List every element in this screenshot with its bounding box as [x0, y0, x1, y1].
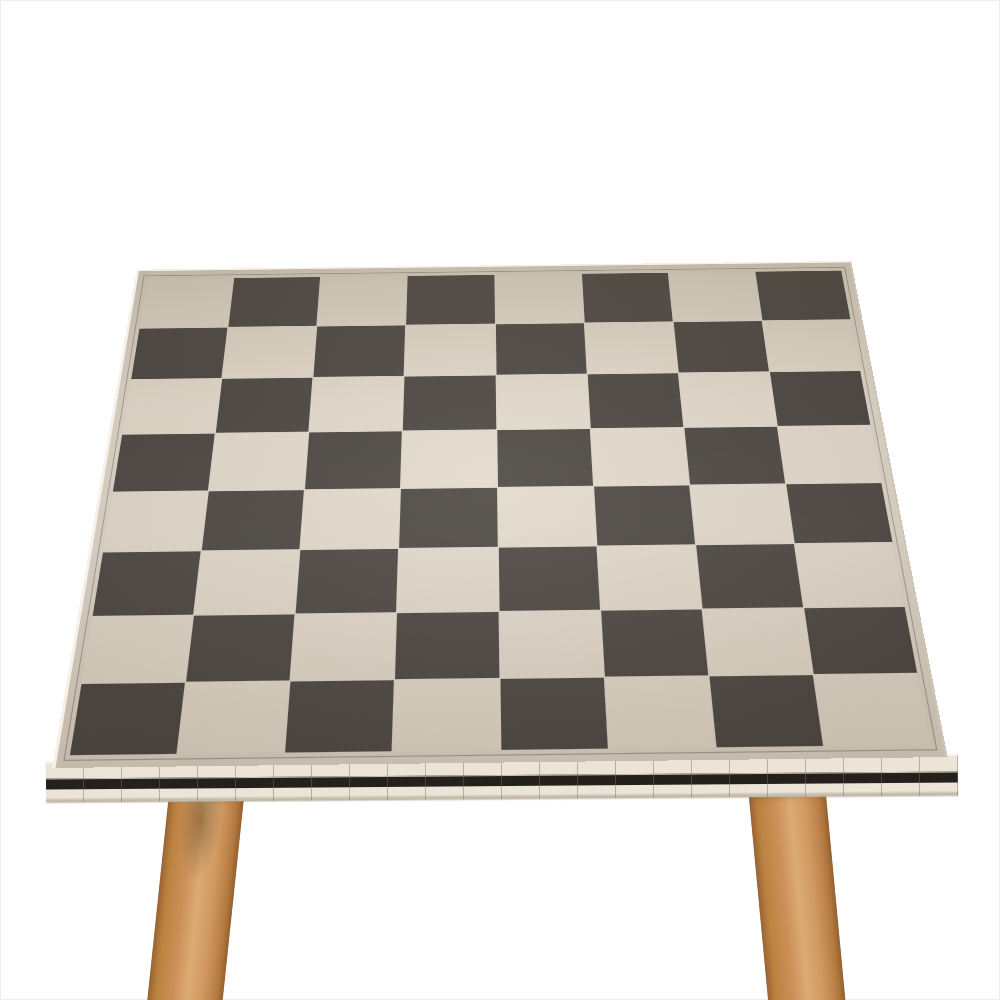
square-a8	[139, 278, 233, 328]
square-d3	[397, 548, 498, 612]
square-f5	[590, 428, 688, 485]
square-d5	[401, 430, 496, 488]
square-b3	[194, 550, 299, 614]
square-c4	[300, 489, 400, 550]
square-g2	[702, 608, 812, 676]
square-h3	[794, 543, 904, 607]
square-b5	[209, 432, 308, 490]
square-e5	[496, 429, 592, 487]
square-c3	[295, 549, 398, 613]
square-f1	[604, 677, 715, 749]
square-c1	[285, 681, 394, 753]
square-b1	[177, 682, 289, 754]
square-c7	[313, 325, 405, 377]
square-h6	[769, 371, 869, 426]
square-b6	[215, 378, 312, 433]
square-h5	[777, 426, 880, 483]
square-c6	[309, 377, 403, 432]
square-g7	[673, 321, 768, 373]
square-a3	[92, 551, 200, 615]
square-b2	[186, 614, 295, 682]
edge-black-stripe	[46, 771, 958, 789]
square-f7	[584, 322, 677, 374]
square-e4	[497, 486, 596, 547]
square-h2	[804, 607, 917, 675]
square-b4	[201, 490, 303, 551]
square-e8	[494, 274, 583, 323]
square-a6	[122, 379, 221, 434]
square-d8	[406, 275, 494, 324]
square-e1	[499, 678, 607, 750]
square-f8	[581, 273, 672, 322]
square-a2	[81, 615, 192, 683]
square-e2	[499, 610, 603, 678]
square-c8	[317, 276, 407, 325]
square-h8	[755, 271, 850, 320]
square-d7	[404, 324, 494, 376]
square-b8	[228, 277, 320, 326]
square-h4	[786, 483, 892, 544]
square-f6	[587, 373, 683, 428]
product-photo	[0, 0, 1000, 1000]
chessboard	[52, 261, 948, 768]
square-d6	[403, 376, 496, 431]
square-h7	[762, 320, 860, 372]
square-g6	[678, 372, 776, 427]
square-g5	[684, 427, 785, 484]
table-leg-right	[748, 782, 846, 1000]
square-g8	[668, 272, 761, 321]
table-leg-left	[146, 782, 244, 1000]
square-a7	[131, 327, 227, 379]
square-c2	[290, 613, 396, 681]
square-h1	[813, 674, 930, 746]
square-e6	[496, 375, 589, 430]
square-d2	[395, 612, 498, 680]
square-c5	[305, 431, 402, 489]
square-f3	[597, 545, 701, 609]
square-g4	[689, 484, 793, 545]
square-e7	[495, 323, 586, 375]
square-f2	[600, 609, 707, 677]
square-b7	[222, 326, 316, 378]
square-a4	[103, 491, 208, 552]
square-f4	[593, 485, 694, 546]
square-d1	[393, 679, 500, 751]
square-a1	[69, 683, 184, 755]
square-d4	[399, 487, 497, 548]
square-g3	[695, 544, 802, 608]
board-grid	[69, 271, 930, 756]
square-e3	[498, 547, 599, 611]
square-g1	[709, 676, 823, 748]
square-a5	[112, 434, 214, 492]
